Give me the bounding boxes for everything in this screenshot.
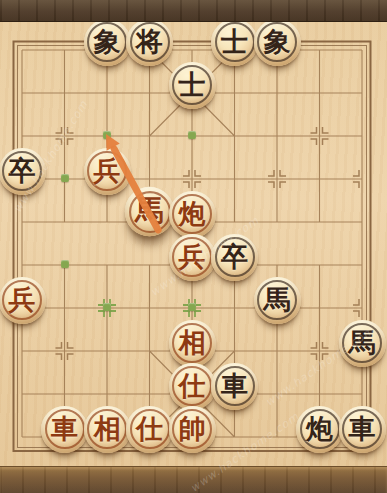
piece-glyph: 車	[51, 415, 78, 442]
piece-black-elephant[interactable]: 象	[254, 19, 301, 66]
piece-black-elephant[interactable]: 象	[84, 19, 131, 66]
piece-black-advisor[interactable]: 士	[211, 19, 258, 66]
move-hint-dot[interactable]	[61, 260, 69, 268]
piece-red-soldier[interactable]: 兵	[84, 148, 131, 195]
piece-glyph: 士	[179, 71, 206, 98]
piece-red-chariot[interactable]: 車	[41, 406, 88, 453]
piece-black-horse[interactable]: 馬	[254, 277, 301, 324]
piece-glyph: 象	[264, 28, 291, 55]
move-hint-dot[interactable]	[103, 303, 111, 311]
piece-glyph: 兵	[9, 286, 36, 313]
piece-glyph: 帥	[179, 415, 206, 442]
move-hint-dot[interactable]	[188, 303, 196, 311]
piece-black-general[interactable]: 将	[126, 19, 173, 66]
move-hint-dot[interactable]	[188, 131, 196, 139]
piece-red-elephant[interactable]: 相	[84, 406, 131, 453]
piece-glyph: 将	[136, 28, 163, 55]
piece-glyph: 仕	[136, 415, 163, 442]
piece-glyph: 車	[349, 415, 376, 442]
table-wood-top	[0, 0, 387, 22]
piece-glyph: 卒	[221, 243, 248, 270]
piece-red-horse[interactable]: 馬	[125, 186, 174, 235]
piece-red-advisor[interactable]: 仕	[126, 406, 173, 453]
piece-glyph: 炮	[179, 200, 206, 227]
piece-black-soldier[interactable]: 卒	[0, 148, 46, 195]
piece-glyph: 炮	[306, 415, 333, 442]
piece-red-general[interactable]: 帥	[169, 406, 216, 453]
piece-red-advisor[interactable]: 仕	[169, 363, 216, 410]
piece-glyph: 兵	[179, 243, 206, 270]
piece-glyph: 仕	[179, 372, 206, 399]
piece-red-elephant[interactable]: 相	[169, 320, 216, 367]
piece-glyph: 兵	[94, 157, 121, 184]
piece-red-cannon[interactable]: 炮	[169, 191, 216, 238]
piece-glyph: 相	[179, 329, 206, 356]
piece-glyph: 馬	[349, 329, 376, 356]
piece-glyph: 卒	[9, 157, 36, 184]
piece-red-soldier[interactable]: 兵	[169, 234, 216, 281]
piece-black-chariot[interactable]: 車	[339, 406, 386, 453]
piece-black-cannon[interactable]: 炮	[296, 406, 343, 453]
piece-glyph: 象	[94, 28, 121, 55]
piece-red-soldier[interactable]: 兵	[0, 277, 46, 324]
move-hint-dot[interactable]	[103, 131, 111, 139]
xiangqi-board[interactable]: 象将士象士卒兵馬炮兵卒兵馬相馬仕車車相仕帥炮車 www.hackhome.com…	[0, 0, 387, 493]
piece-glyph: 馬	[135, 196, 163, 224]
move-hint-dot[interactable]	[61, 174, 69, 182]
piece-glyph: 士	[221, 28, 248, 55]
piece-glyph: 相	[94, 415, 121, 442]
piece-black-horse[interactable]: 馬	[339, 320, 386, 367]
table-wood-bottom	[0, 466, 387, 493]
piece-glyph: 馬	[264, 286, 291, 313]
piece-black-soldier[interactable]: 卒	[211, 234, 258, 281]
piece-black-advisor[interactable]: 士	[169, 62, 216, 109]
piece-black-chariot[interactable]: 車	[211, 363, 258, 410]
piece-glyph: 車	[221, 372, 248, 399]
